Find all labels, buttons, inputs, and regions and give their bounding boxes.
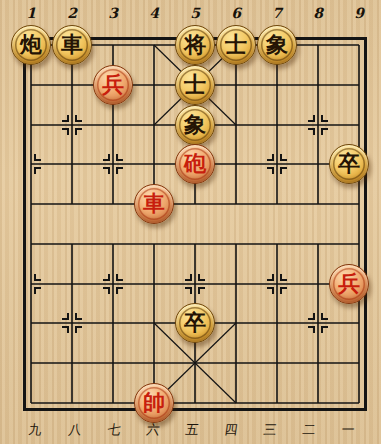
- piece-red-cannon[interactable]: 砲: [175, 144, 215, 184]
- file-label-top-2: 2: [67, 5, 77, 21]
- file-label-top-5: 5: [190, 5, 200, 21]
- file-label-top-7: 7: [272, 5, 282, 21]
- xiangqi-board: 123456789 九八七六五四三二一 炮車将士象兵士象砲卒車兵卒帥: [0, 0, 381, 444]
- file-label-bottom-1: 九: [27, 421, 43, 439]
- file-label-top-9: 9: [354, 5, 364, 21]
- file-label-bottom-4: 六: [145, 421, 161, 439]
- piece-red-general[interactable]: 帥: [134, 383, 174, 423]
- piece-black-cannon[interactable]: 炮: [11, 25, 51, 65]
- piece-red-soldier[interactable]: 兵: [329, 264, 369, 304]
- file-label-top-3: 3: [108, 5, 118, 21]
- file-label-top-1: 1: [26, 5, 36, 21]
- file-label-bottom-2: 八: [67, 421, 83, 439]
- file-label-bottom-7: 三: [262, 421, 278, 439]
- file-label-bottom-3: 七: [106, 421, 122, 439]
- piece-red-soldier[interactable]: 兵: [93, 65, 133, 105]
- piece-red-chariot[interactable]: 車: [134, 184, 174, 224]
- file-label-top-6: 6: [231, 5, 241, 21]
- piece-black-soldier[interactable]: 卒: [329, 144, 369, 184]
- piece-black-general[interactable]: 将: [175, 25, 215, 65]
- pieces-layer: 炮車将士象兵士象砲卒車兵卒帥: [11, 25, 380, 423]
- file-label-bottom-5: 五: [184, 421, 200, 439]
- file-label-top-8: 8: [313, 5, 323, 21]
- piece-black-chariot[interactable]: 車: [52, 25, 92, 65]
- piece-black-advisor[interactable]: 士: [216, 25, 256, 65]
- piece-black-advisor[interactable]: 士: [175, 65, 215, 105]
- file-label-top-4: 4: [149, 5, 159, 21]
- file-label-bottom-6: 四: [223, 421, 239, 439]
- piece-black-elephant[interactable]: 象: [175, 105, 215, 145]
- file-label-bottom-9: 一: [340, 421, 356, 439]
- piece-black-soldier[interactable]: 卒: [175, 303, 215, 343]
- piece-black-elephant[interactable]: 象: [257, 25, 297, 65]
- file-label-bottom-8: 二: [301, 421, 317, 439]
